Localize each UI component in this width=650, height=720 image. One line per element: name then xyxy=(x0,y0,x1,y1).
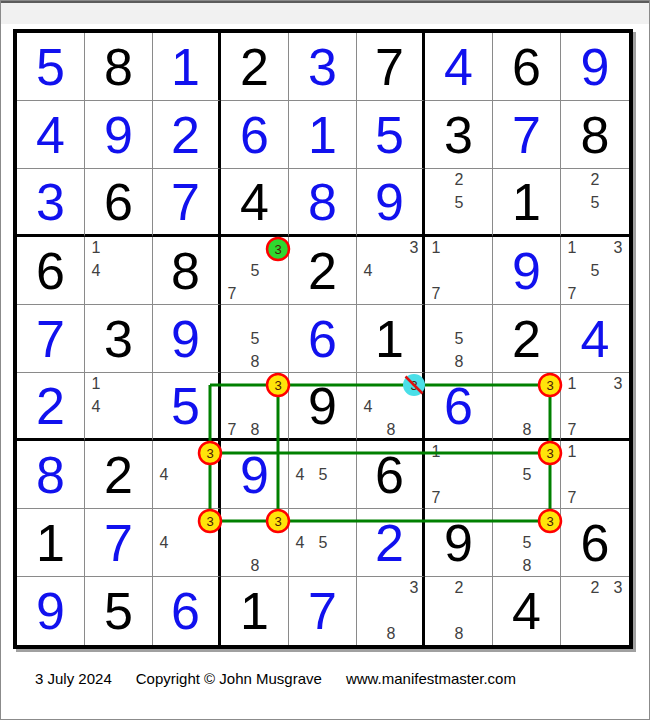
solved-digit: 2 xyxy=(17,373,84,438)
cell-r1c7: 4 xyxy=(425,33,493,101)
solved-digit: 1 xyxy=(17,509,84,576)
cell-r5c1: 7 xyxy=(17,305,85,373)
cell-r1c2: 8 xyxy=(85,33,153,101)
cell-r9c2: 5 xyxy=(85,577,153,645)
solved-digit: 6 xyxy=(221,101,288,168)
solved-digit: 9 xyxy=(493,237,560,304)
solved-digit: 9 xyxy=(221,441,288,508)
sudoku-board: 5812374694926153783674892512561485723417… xyxy=(13,29,633,649)
cell-r7c8: 5 xyxy=(493,441,561,509)
footer: 3 July 2024Copyright © John Musgravewww.… xyxy=(35,670,635,687)
cell-r4c8: 9 xyxy=(493,237,561,305)
cell-r7c7: 17 xyxy=(425,441,493,509)
cell-r4c5: 2 xyxy=(289,237,357,305)
cell-r8c5: 45 xyxy=(289,509,357,577)
cell-r3c8: 1 xyxy=(493,169,561,237)
cell-r3c6: 9 xyxy=(357,169,425,237)
cell-r7c1: 8 xyxy=(17,441,85,509)
cell-r8c8: 58 xyxy=(493,509,561,577)
solved-digit: 6 xyxy=(561,509,629,576)
pencil-mark: 2 xyxy=(455,172,464,188)
cell-r6c7: 6 xyxy=(425,373,493,441)
solved-digit: 8 xyxy=(153,237,218,304)
pencil-mark: 8 xyxy=(455,626,464,642)
footer-website: www.manifestmaster.com xyxy=(346,670,516,687)
pencil-mark: 1 xyxy=(568,376,577,392)
cell-r6c8: 8 xyxy=(493,373,561,441)
pencil-mark: 5 xyxy=(251,331,260,347)
cell-r2c3: 2 xyxy=(153,101,221,169)
solved-digit: 3 xyxy=(425,101,492,168)
pencil-mark: 5 xyxy=(319,467,328,483)
cell-r8c1: 1 xyxy=(17,509,85,577)
solved-digit: 3 xyxy=(289,33,356,100)
pencil-mark: 7 xyxy=(432,490,441,506)
cell-r7c5: 45 xyxy=(289,441,357,509)
pencil-mark: 5 xyxy=(455,331,464,347)
solved-digit: 5 xyxy=(17,33,84,100)
pencil-mark: 4 xyxy=(296,467,305,483)
footer-date: 3 July 2024 xyxy=(35,670,112,687)
solved-digit: 6 xyxy=(425,373,492,438)
solved-digit: 4 xyxy=(17,101,84,168)
solved-digit: 8 xyxy=(561,101,629,168)
pencil-mark: 8 xyxy=(387,422,396,438)
pencil-mark: 4 xyxy=(160,535,169,551)
solved-digit: 2 xyxy=(357,509,422,576)
solved-digit: 9 xyxy=(17,577,84,645)
solved-digit: 2 xyxy=(153,101,218,168)
solved-digit: 9 xyxy=(357,169,422,234)
cell-r9c3: 6 xyxy=(153,577,221,645)
solved-digit: 4 xyxy=(425,33,492,100)
cell-r2c8: 7 xyxy=(493,101,561,169)
solved-digit: 8 xyxy=(85,33,152,100)
cell-r8c4: 8 xyxy=(221,509,289,577)
cell-r1c6: 7 xyxy=(357,33,425,101)
pencil-mark: 8 xyxy=(455,354,464,370)
cell-r5c6: 1 xyxy=(357,305,425,373)
pencil-mark: 5 xyxy=(455,195,464,211)
pencil-mark: 5 xyxy=(251,263,260,279)
cell-r4c1: 6 xyxy=(17,237,85,305)
solved-digit: 2 xyxy=(221,33,288,100)
pencil-mark: 2 xyxy=(591,580,600,596)
pencil-mark: 3 xyxy=(614,376,623,392)
solved-digit: 1 xyxy=(357,305,422,372)
cell-r8c6: 2 xyxy=(357,509,425,577)
cell-r5c9: 4 xyxy=(561,305,629,373)
cell-r6c9: 137 xyxy=(561,373,629,441)
pencil-mark: 7 xyxy=(568,422,577,438)
pencil-mark: 7 xyxy=(432,286,441,302)
cell-r9c9: 23 xyxy=(561,577,629,645)
cell-r3c2: 6 xyxy=(85,169,153,237)
pencil-mark: 8 xyxy=(251,354,260,370)
cell-r9c4: 1 xyxy=(221,577,289,645)
pencil-mark: 8 xyxy=(523,558,532,574)
cell-r8c3: 4 xyxy=(153,509,221,577)
cell-r6c6: 48 xyxy=(357,373,425,441)
cell-r4c3: 8 xyxy=(153,237,221,305)
solved-digit: 1 xyxy=(153,33,218,100)
cell-r4c4: 57 xyxy=(221,237,289,305)
cell-r4c9: 1357 xyxy=(561,237,629,305)
cell-r3c7: 25 xyxy=(425,169,493,237)
solved-digit: 9 xyxy=(153,305,218,372)
cell-r6c2: 14 xyxy=(85,373,153,441)
solved-digit: 4 xyxy=(493,577,560,645)
solved-digit: 4 xyxy=(561,305,629,372)
cell-r2c5: 1 xyxy=(289,101,357,169)
cell-r2c9: 8 xyxy=(561,101,629,169)
solved-digit: 6 xyxy=(357,441,422,508)
pencil-mark: 8 xyxy=(523,422,532,438)
cell-r1c5: 3 xyxy=(289,33,357,101)
cell-r5c7: 58 xyxy=(425,305,493,373)
cell-r5c8: 2 xyxy=(493,305,561,373)
cell-r3c3: 7 xyxy=(153,169,221,237)
cell-r1c1: 5 xyxy=(17,33,85,101)
solved-digit: 7 xyxy=(493,101,560,168)
cell-r6c3: 5 xyxy=(153,373,221,441)
solved-digit: 5 xyxy=(85,577,152,645)
solved-digit: 9 xyxy=(85,101,152,168)
pencil-mark: 4 xyxy=(92,399,101,415)
pencil-mark: 5 xyxy=(523,467,532,483)
pencil-mark: 4 xyxy=(296,535,305,551)
cell-r7c9: 17 xyxy=(561,441,629,509)
cell-r2c4: 6 xyxy=(221,101,289,169)
cell-r3c4: 4 xyxy=(221,169,289,237)
pencil-mark: 1 xyxy=(432,444,441,460)
solved-digit: 9 xyxy=(289,373,356,438)
solved-digit: 5 xyxy=(153,373,218,438)
cell-r2c1: 4 xyxy=(17,101,85,169)
solved-digit: 8 xyxy=(289,169,356,234)
cell-r8c2: 7 xyxy=(85,509,153,577)
cell-r9c6: 38 xyxy=(357,577,425,645)
solved-digit: 9 xyxy=(561,33,629,100)
cell-r6c4: 78 xyxy=(221,373,289,441)
pencil-mark: 1 xyxy=(432,240,441,256)
cell-r6c5: 9 xyxy=(289,373,357,441)
pencil-mark: 3 xyxy=(410,240,419,256)
solved-digit: 3 xyxy=(17,169,84,234)
pencil-mark: 7 xyxy=(568,490,577,506)
pencil-mark: 5 xyxy=(591,195,600,211)
solved-digit: 6 xyxy=(85,169,152,234)
pencil-mark: 1 xyxy=(92,240,101,256)
pencil-mark: 5 xyxy=(319,535,328,551)
top-band xyxy=(1,1,649,24)
pencil-mark: 1 xyxy=(92,376,101,392)
cell-r8c9: 6 xyxy=(561,509,629,577)
cell-r4c6: 34 xyxy=(357,237,425,305)
solved-digit: 2 xyxy=(289,237,356,304)
solved-digit: 1 xyxy=(289,101,356,168)
cell-r2c7: 3 xyxy=(425,101,493,169)
cell-r7c6: 6 xyxy=(357,441,425,509)
sudoku-grid: 5812374694926153783674892512561485723417… xyxy=(17,33,629,645)
solved-digit: 1 xyxy=(221,577,288,645)
pencil-mark: 8 xyxy=(251,422,260,438)
footer-copyright: Copyright © John Musgrave xyxy=(136,670,322,687)
pencil-mark: 2 xyxy=(455,580,464,596)
cell-r4c7: 17 xyxy=(425,237,493,305)
cell-r3c5: 8 xyxy=(289,169,357,237)
sudoku-page: 5812374694926153783674892512561485723417… xyxy=(0,0,650,720)
cell-r5c4: 58 xyxy=(221,305,289,373)
solved-digit: 8 xyxy=(17,441,84,508)
solved-digit: 7 xyxy=(153,169,218,234)
cell-r5c5: 6 xyxy=(289,305,357,373)
pencil-mark: 4 xyxy=(160,467,169,483)
cell-r3c1: 3 xyxy=(17,169,85,237)
cell-r1c9: 9 xyxy=(561,33,629,101)
pencil-mark: 8 xyxy=(251,558,260,574)
cell-r5c3: 9 xyxy=(153,305,221,373)
cell-r1c3: 1 xyxy=(153,33,221,101)
solved-digit: 2 xyxy=(493,305,560,372)
pencil-mark: 8 xyxy=(387,626,396,642)
pencil-mark: 7 xyxy=(568,286,577,302)
cell-r9c8: 4 xyxy=(493,577,561,645)
pencil-mark: 3 xyxy=(614,580,623,596)
pencil-mark: 7 xyxy=(228,286,237,302)
pencil-mark: 3 xyxy=(614,240,623,256)
solved-digit: 2 xyxy=(85,441,152,508)
cell-r3c9: 25 xyxy=(561,169,629,237)
solved-digit: 6 xyxy=(17,237,84,304)
pencil-mark: 3 xyxy=(410,580,419,596)
pencil-mark: 4 xyxy=(364,263,373,279)
solved-digit: 4 xyxy=(221,169,288,234)
pencil-mark: 7 xyxy=(228,422,237,438)
pencil-mark: 5 xyxy=(591,263,600,279)
pencil-mark: 1 xyxy=(568,444,577,460)
solved-digit: 7 xyxy=(17,305,84,372)
cell-r9c1: 9 xyxy=(17,577,85,645)
solved-digit: 6 xyxy=(289,305,356,372)
cell-r1c4: 2 xyxy=(221,33,289,101)
cell-r9c5: 7 xyxy=(289,577,357,645)
cell-r9c7: 28 xyxy=(425,577,493,645)
cell-r6c1: 2 xyxy=(17,373,85,441)
cell-r5c2: 3 xyxy=(85,305,153,373)
solved-digit: 7 xyxy=(85,509,152,576)
cell-r2c6: 5 xyxy=(357,101,425,169)
cell-r7c4: 9 xyxy=(221,441,289,509)
solved-digit: 3 xyxy=(85,305,152,372)
solved-digit: 6 xyxy=(493,33,560,100)
pencil-mark: 2 xyxy=(591,172,600,188)
solved-digit: 9 xyxy=(425,509,492,576)
solved-digit: 7 xyxy=(289,577,356,645)
cell-r4c2: 14 xyxy=(85,237,153,305)
solved-digit: 6 xyxy=(153,577,218,645)
cell-r7c2: 2 xyxy=(85,441,153,509)
cell-r8c7: 9 xyxy=(425,509,493,577)
cell-r1c8: 6 xyxy=(493,33,561,101)
pencil-mark: 1 xyxy=(568,240,577,256)
cell-r2c2: 9 xyxy=(85,101,153,169)
pencil-mark: 4 xyxy=(92,263,101,279)
cell-r7c3: 4 xyxy=(153,441,221,509)
pencil-mark: 5 xyxy=(523,535,532,551)
solved-digit: 5 xyxy=(357,101,422,168)
solved-digit: 7 xyxy=(357,33,422,100)
pencil-mark: 4 xyxy=(364,399,373,415)
solved-digit: 1 xyxy=(493,169,560,234)
